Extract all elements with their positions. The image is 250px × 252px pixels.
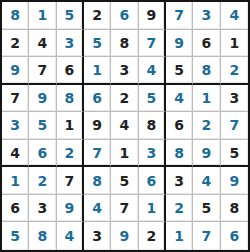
sudoku-cell-r7c9[interactable]: 9 [221, 167, 248, 195]
sudoku-cell-r4c2[interactable]: 9 [29, 85, 56, 113]
sudoku-cell-r4c3[interactable]: 8 [57, 85, 84, 113]
sudoku-cell-r4c9[interactable]: 3 [221, 85, 248, 113]
sudoku-cell-r2c2[interactable]: 4 [29, 30, 56, 58]
sudoku-cell-r6c7[interactable]: 8 [166, 140, 193, 168]
sudoku-cell-r9c9[interactable]: 6 [221, 222, 248, 250]
sudoku-cell-r2c4[interactable]: 5 [84, 30, 111, 58]
sudoku-cell-r5c7[interactable]: 6 [166, 112, 193, 140]
sudoku-cell-r5c4[interactable]: 9 [84, 112, 111, 140]
sudoku-cell-r5c9[interactable]: 7 [221, 112, 248, 140]
sudoku-cell-r5c3[interactable]: 1 [57, 112, 84, 140]
sudoku-cell-r6c5[interactable]: 1 [111, 140, 138, 168]
sudoku-cell-r6c6[interactable]: 3 [139, 140, 166, 168]
sudoku-cell-r4c8[interactable]: 1 [193, 85, 220, 113]
sudoku-cell-r8c8[interactable]: 5 [193, 195, 220, 223]
sudoku-cell-r6c1[interactable]: 4 [2, 140, 29, 168]
sudoku-cell-r8c4[interactable]: 4 [84, 195, 111, 223]
sudoku-cell-r5c2[interactable]: 5 [29, 112, 56, 140]
sudoku-cell-r3c3[interactable]: 6 [57, 57, 84, 85]
sudoku-cell-r3c8[interactable]: 8 [193, 57, 220, 85]
sudoku-cell-r2c5[interactable]: 8 [111, 30, 138, 58]
sudoku-cell-r4c5[interactable]: 2 [111, 85, 138, 113]
sudoku-cell-r2c1[interactable]: 2 [2, 30, 29, 58]
sudoku-cell-r1c2[interactable]: 1 [29, 2, 56, 30]
sudoku-cell-r1c3[interactable]: 5 [57, 2, 84, 30]
sudoku-cell-r3c7[interactable]: 5 [166, 57, 193, 85]
sudoku-cell-r1c7[interactable]: 7 [166, 2, 193, 30]
sudoku-cell-r8c5[interactable]: 7 [111, 195, 138, 223]
sudoku-cell-r6c2[interactable]: 6 [29, 140, 56, 168]
sudoku-cell-r9c2[interactable]: 8 [29, 222, 56, 250]
sudoku-cell-r3c1[interactable]: 9 [2, 57, 29, 85]
sudoku-cell-r2c9[interactable]: 1 [221, 30, 248, 58]
sudoku-cell-r3c6[interactable]: 4 [139, 57, 166, 85]
sudoku-cell-r6c3[interactable]: 2 [57, 140, 84, 168]
sudoku-cell-r1c1[interactable]: 8 [2, 2, 29, 30]
sudoku-cell-r1c5[interactable]: 6 [111, 2, 138, 30]
sudoku-cell-r7c1[interactable]: 1 [2, 167, 29, 195]
sudoku-cell-r9c8[interactable]: 7 [193, 222, 220, 250]
sudoku-cell-r5c1[interactable]: 3 [2, 112, 29, 140]
sudoku-cell-r6c4[interactable]: 7 [84, 140, 111, 168]
sudoku-cell-r1c9[interactable]: 4 [221, 2, 248, 30]
sudoku-board: 8152697342435879619761345827986254133519… [0, 0, 250, 252]
sudoku-cell-r4c6[interactable]: 5 [139, 85, 166, 113]
sudoku-cell-r9c7[interactable]: 1 [166, 222, 193, 250]
sudoku-cell-r8c3[interactable]: 9 [57, 195, 84, 223]
sudoku-cell-r9c4[interactable]: 3 [84, 222, 111, 250]
sudoku-cell-r7c6[interactable]: 6 [139, 167, 166, 195]
sudoku-cell-r3c9[interactable]: 2 [221, 57, 248, 85]
sudoku-cell-r7c7[interactable]: 3 [166, 167, 193, 195]
sudoku-cell-r2c7[interactable]: 9 [166, 30, 193, 58]
sudoku-cell-r6c9[interactable]: 5 [221, 140, 248, 168]
sudoku-cell-r3c2[interactable]: 7 [29, 57, 56, 85]
sudoku-cell-r7c8[interactable]: 4 [193, 167, 220, 195]
sudoku-cell-r8c7[interactable]: 2 [166, 195, 193, 223]
sudoku-cell-r4c1[interactable]: 7 [2, 85, 29, 113]
sudoku-cell-r2c8[interactable]: 6 [193, 30, 220, 58]
sudoku-cell-r9c3[interactable]: 4 [57, 222, 84, 250]
sudoku-cell-r4c7[interactable]: 4 [166, 85, 193, 113]
sudoku-cell-r5c5[interactable]: 4 [111, 112, 138, 140]
sudoku-cell-r9c6[interactable]: 2 [139, 222, 166, 250]
sudoku-cell-r1c6[interactable]: 9 [139, 2, 166, 30]
sudoku-cell-r9c5[interactable]: 9 [111, 222, 138, 250]
sudoku-cell-r8c2[interactable]: 3 [29, 195, 56, 223]
sudoku-cell-r9c1[interactable]: 5 [2, 222, 29, 250]
sudoku-cell-r3c5[interactable]: 3 [111, 57, 138, 85]
sudoku-cell-r6c8[interactable]: 9 [193, 140, 220, 168]
sudoku-cell-r7c5[interactable]: 5 [111, 167, 138, 195]
sudoku-cell-r8c1[interactable]: 6 [2, 195, 29, 223]
sudoku-cell-r7c3[interactable]: 7 [57, 167, 84, 195]
sudoku-cell-r7c4[interactable]: 8 [84, 167, 111, 195]
sudoku-cell-r5c6[interactable]: 8 [139, 112, 166, 140]
sudoku-cell-r1c8[interactable]: 3 [193, 2, 220, 30]
sudoku-cell-r8c6[interactable]: 1 [139, 195, 166, 223]
sudoku-cell-r5c8[interactable]: 2 [193, 112, 220, 140]
sudoku-cell-r1c4[interactable]: 2 [84, 2, 111, 30]
sudoku-cell-r2c3[interactable]: 3 [57, 30, 84, 58]
sudoku-cell-r8c9[interactable]: 8 [221, 195, 248, 223]
sudoku-cell-r3c4[interactable]: 1 [84, 57, 111, 85]
sudoku-cell-r4c4[interactable]: 6 [84, 85, 111, 113]
sudoku-cell-r7c2[interactable]: 2 [29, 167, 56, 195]
sudoku-cell-r2c6[interactable]: 7 [139, 30, 166, 58]
